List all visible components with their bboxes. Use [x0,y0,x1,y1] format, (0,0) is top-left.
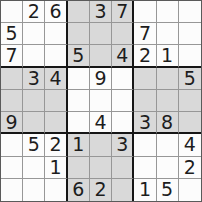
sudoku-cell-r4c1[interactable] [1,68,23,90]
sudoku-cell-r8c2[interactable] [23,157,45,179]
sudoku-cell-r6c7[interactable]: 3 [134,112,156,134]
sudoku-cell-r5c8[interactable] [157,90,179,112]
sudoku-cell-r8c7[interactable] [134,157,156,179]
sudoku-cell-r6c4[interactable] [68,112,90,134]
sudoku-cell-r1c1[interactable] [1,1,23,23]
sudoku-cell-r1c4[interactable] [68,1,90,23]
sudoku-cell-r7c8[interactable] [157,134,179,156]
sudoku-cell-r2c3[interactable] [45,23,67,45]
sudoku-cell-r9c5[interactable]: 2 [90,179,112,201]
sudoku-cell-r3c9[interactable] [179,45,201,67]
sudoku-cell-r4c2[interactable]: 3 [23,68,45,90]
sudoku-cell-r4c6[interactable] [112,68,134,90]
sudoku-cell-r6c1[interactable]: 9 [1,112,23,134]
sudoku-cell-r7c6[interactable]: 3 [112,134,134,156]
sudoku-cell-r6c9[interactable] [179,112,201,134]
sudoku-cell-r4c9[interactable]: 5 [179,68,201,90]
sudoku-cell-r7c1[interactable] [1,134,23,156]
sudoku-cell-r2c5[interactable] [90,23,112,45]
sudoku-cell-r7c4[interactable]: 1 [68,134,90,156]
sudoku-cell-r4c5[interactable]: 9 [90,68,112,90]
sudoku-cell-r5c4[interactable] [68,90,90,112]
sudoku-cell-r8c1[interactable] [1,157,23,179]
sudoku-cell-r2c7[interactable]: 7 [134,23,156,45]
sudoku-cell-r3c7[interactable]: 2 [134,45,156,67]
sudoku-cell-r6c6[interactable] [112,112,134,134]
sudoku-cell-r8c8[interactable] [157,157,179,179]
sudoku-cell-r8c6[interactable] [112,157,134,179]
sudoku-cell-r3c6[interactable]: 4 [112,45,134,67]
sudoku-cell-r7c2[interactable]: 5 [23,134,45,156]
sudoku-cell-r1c7[interactable] [134,1,156,23]
sudoku-cell-r6c3[interactable] [45,112,67,134]
sudoku-cell-r9c6[interactable] [112,179,134,201]
sudoku-cell-r7c7[interactable] [134,134,156,156]
sudoku-cell-r2c8[interactable] [157,23,179,45]
sudoku-cell-r5c7[interactable] [134,90,156,112]
sudoku-cell-r9c4[interactable]: 6 [68,179,90,201]
sudoku-cell-r2c2[interactable] [23,23,45,45]
sudoku-cell-r8c9[interactable]: 2 [179,157,201,179]
sudoku-cell-r6c5[interactable]: 4 [90,112,112,134]
sudoku-cell-r3c1[interactable]: 7 [1,45,23,67]
sudoku-cell-r5c6[interactable] [112,90,134,112]
sudoku-cell-r5c2[interactable] [23,90,45,112]
sudoku-cell-r4c8[interactable] [157,68,179,90]
sudoku-cell-r8c3[interactable]: 1 [45,157,67,179]
sudoku-cell-r9c7[interactable]: 1 [134,179,156,201]
sudoku-cell-r7c9[interactable]: 4 [179,134,201,156]
sudoku-cell-r1c2[interactable]: 2 [23,1,45,23]
sudoku-cell-r2c1[interactable]: 5 [1,23,23,45]
sudoku-cell-r9c1[interactable] [1,179,23,201]
sudoku-cell-r5c3[interactable] [45,90,67,112]
sudoku-cell-r1c3[interactable]: 6 [45,1,67,23]
sudoku-cell-r9c8[interactable]: 5 [157,179,179,201]
sudoku-cell-r7c5[interactable] [90,134,112,156]
sudoku-cell-r6c2[interactable] [23,112,45,134]
sudoku-cell-r2c6[interactable] [112,23,134,45]
sudoku-cell-r9c9[interactable] [179,179,201,201]
sudoku-cell-r3c5[interactable] [90,45,112,67]
sudoku-cell-r8c5[interactable] [90,157,112,179]
sudoku-cell-r7c3[interactable]: 2 [45,134,67,156]
sudoku-cell-r4c3[interactable]: 4 [45,68,67,90]
sudoku-cell-r4c4[interactable] [68,68,90,90]
sudoku-cell-r4c7[interactable] [134,68,156,90]
sudoku-cell-r5c5[interactable] [90,90,112,112]
sudoku-cell-r5c9[interactable] [179,90,201,112]
sudoku-cell-r2c9[interactable] [179,23,201,45]
sudoku-cell-r5c1[interactable] [1,90,23,112]
sudoku-cell-r1c9[interactable] [179,1,201,23]
sudoku-cell-r2c4[interactable] [68,23,90,45]
sudoku-cell-r8c4[interactable] [68,157,90,179]
sudoku-cell-r3c3[interactable] [45,45,67,67]
sudoku-cell-r3c8[interactable]: 1 [157,45,179,67]
sudoku-cell-r9c3[interactable] [45,179,67,201]
sudoku-cell-r6c8[interactable]: 8 [157,112,179,134]
sudoku-cell-r9c2[interactable] [23,179,45,201]
sudoku-cell-r1c8[interactable] [157,1,179,23]
sudoku-cell-r3c4[interactable]: 5 [68,45,90,67]
sudoku-cell-r1c5[interactable]: 3 [90,1,112,23]
sudoku-board: 263757754213495943852134126215 [0,0,202,202]
sudoku-cell-r3c2[interactable] [23,45,45,67]
sudoku-cell-r1c6[interactable]: 7 [112,1,134,23]
